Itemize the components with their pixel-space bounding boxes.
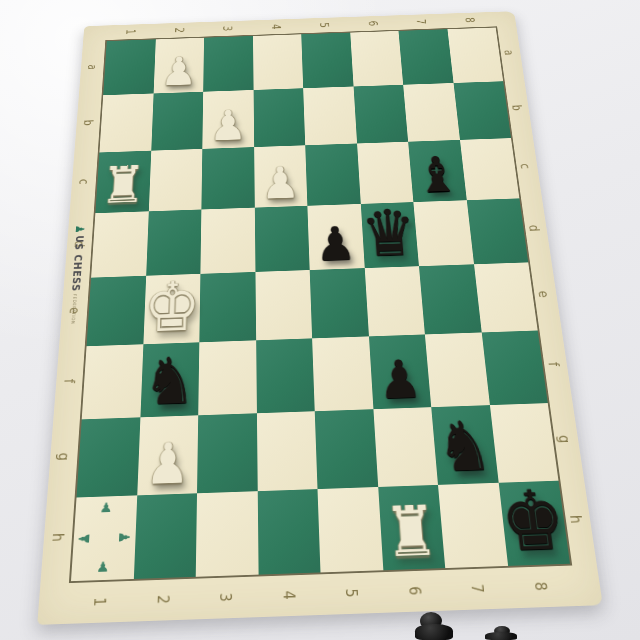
square-e4[interactable] bbox=[255, 270, 312, 340]
rank-label-top-1: 1 bbox=[119, 14, 141, 50]
black-knight-g7[interactable]: ♞ bbox=[435, 412, 495, 482]
us-chess-pawn-icon: ♟ bbox=[74, 225, 86, 234]
black-king-h8[interactable]: ♚ bbox=[498, 479, 571, 563]
rank-label-bottom-5: 5 bbox=[328, 563, 374, 624]
square-f5[interactable] bbox=[312, 336, 373, 411]
square-h3[interactable] bbox=[196, 491, 258, 577]
file-label-right-g: g bbox=[520, 426, 610, 453]
white-rook-c1[interactable]: ♜ bbox=[100, 159, 147, 211]
square-e6[interactable] bbox=[364, 266, 425, 336]
square-h5[interactable] bbox=[318, 487, 383, 572]
square-b5[interactable] bbox=[303, 86, 356, 145]
captured-black-piece bbox=[413, 612, 457, 640]
file-label-right-d: d bbox=[494, 217, 576, 240]
captured-black-piece bbox=[485, 626, 519, 640]
square-e2[interactable]: ♚ bbox=[143, 274, 200, 344]
square-c6[interactable] bbox=[357, 142, 414, 204]
square-e7[interactable] bbox=[419, 264, 481, 334]
square-d6[interactable]: ♛ bbox=[360, 202, 419, 268]
rank-label-top-7: 7 bbox=[409, 4, 432, 40]
corner-logo-pawn-icon: ♟ bbox=[116, 531, 131, 544]
rank-labels-bottom: 12345678 bbox=[66, 565, 574, 624]
square-f7[interactable] bbox=[425, 332, 490, 407]
black-pawn-f6[interactable]: ♟ bbox=[377, 353, 423, 407]
file-label-left-h: h bbox=[12, 523, 104, 552]
file-label-right-e: e bbox=[502, 282, 586, 306]
rank-label-bottom-2: 2 bbox=[139, 569, 184, 631]
file-label-left-b: b bbox=[50, 112, 126, 132]
square-f2[interactable]: ♞ bbox=[140, 342, 199, 417]
square-d3[interactable] bbox=[200, 208, 255, 274]
square-h4[interactable] bbox=[257, 489, 320, 575]
square-c7[interactable]: ♝ bbox=[408, 140, 466, 202]
file-label-right-c: c bbox=[486, 155, 565, 176]
board-photo-scene: 12345678 12345678 abcdefgh abcdefgh ♟ US… bbox=[0, 0, 640, 640]
rank-label-top-8: 8 bbox=[457, 2, 481, 38]
square-d7[interactable] bbox=[413, 200, 473, 266]
white-rook-h6[interactable]: ♜ bbox=[383, 497, 440, 568]
us-chess-logo-subtitle: FEDERATION bbox=[71, 294, 78, 325]
square-b4[interactable] bbox=[253, 88, 305, 147]
black-pawn-d5[interactable]: ♟ bbox=[315, 220, 357, 268]
square-g4[interactable] bbox=[256, 411, 317, 491]
square-c5[interactable] bbox=[305, 143, 360, 205]
rank-label-top-5: 5 bbox=[313, 7, 335, 43]
file-label-right-b: b bbox=[479, 98, 556, 118]
black-bishop-c7[interactable]: ♝ bbox=[414, 150, 462, 200]
square-g7[interactable]: ♞ bbox=[431, 405, 498, 485]
square-h7[interactable] bbox=[438, 483, 508, 568]
corner-logo-pawn-icon: ♟ bbox=[99, 501, 113, 515]
square-d2[interactable] bbox=[146, 209, 202, 275]
square-d5[interactable]: ♟ bbox=[307, 204, 364, 270]
square-b2[interactable] bbox=[151, 92, 203, 151]
square-b6[interactable] bbox=[353, 85, 408, 144]
white-pawn-c4[interactable]: ♟ bbox=[261, 161, 300, 206]
square-b3[interactable]: ♟ bbox=[202, 90, 253, 149]
rank-label-top-2: 2 bbox=[168, 12, 189, 48]
rank-label-bottom-3: 3 bbox=[203, 567, 247, 629]
square-c2[interactable] bbox=[148, 149, 202, 211]
square-g3[interactable] bbox=[197, 413, 257, 493]
vinyl-mat: 12345678 12345678 abcdefgh abcdefgh ♟ US… bbox=[37, 11, 603, 625]
vinyl-mat-perspective: 12345678 12345678 abcdefgh abcdefgh ♟ US… bbox=[37, 11, 603, 625]
black-queen-d6[interactable]: ♛ bbox=[360, 201, 419, 266]
white-pawn-g2[interactable]: ♟ bbox=[145, 435, 190, 493]
us-chess-logo-title: US CHESS bbox=[69, 235, 86, 292]
black-knight-f2[interactable]: ♞ bbox=[143, 349, 197, 415]
rank-label-bottom-1: 1 bbox=[75, 571, 122, 633]
file-label-left-a: a bbox=[55, 57, 128, 76]
square-f6[interactable]: ♟ bbox=[369, 334, 432, 409]
square-h6[interactable]: ♜ bbox=[378, 485, 445, 570]
white-king-e2[interactable]: ♚ bbox=[143, 272, 201, 342]
square-b7[interactable] bbox=[403, 83, 459, 142]
file-label-left-f: f bbox=[26, 368, 112, 394]
file-label-right-f: f bbox=[510, 352, 597, 378]
square-e5[interactable] bbox=[310, 268, 369, 338]
square-c3[interactable] bbox=[201, 147, 254, 209]
rank-label-top-4: 4 bbox=[265, 9, 286, 45]
square-g5[interactable] bbox=[315, 409, 378, 489]
square-d4[interactable] bbox=[254, 206, 309, 272]
white-pawn-b3[interactable]: ♟ bbox=[209, 104, 247, 146]
rank-label-bottom-7: 7 bbox=[452, 558, 502, 619]
file-label-right-a: a bbox=[472, 43, 547, 62]
square-c4[interactable]: ♟ bbox=[254, 145, 308, 207]
square-h2[interactable] bbox=[133, 493, 197, 579]
rank-label-bottom-4: 4 bbox=[266, 565, 311, 627]
square-f3[interactable] bbox=[198, 340, 256, 415]
square-c1[interactable]: ♜ bbox=[95, 151, 150, 214]
square-g2[interactable]: ♟ bbox=[137, 415, 198, 495]
square-e3[interactable] bbox=[199, 272, 255, 342]
square-h8[interactable]: ♚ bbox=[498, 481, 570, 566]
square-g6[interactable] bbox=[373, 407, 438, 487]
rank-label-top-3: 3 bbox=[217, 11, 237, 47]
white-pawn-a2[interactable]: ♟ bbox=[160, 51, 197, 91]
square-f4[interactable] bbox=[256, 338, 315, 413]
file-label-left-g: g bbox=[19, 443, 107, 470]
rank-label-top-6: 6 bbox=[361, 6, 383, 42]
